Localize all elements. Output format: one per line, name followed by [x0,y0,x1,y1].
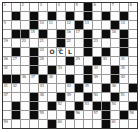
crossword-cell[interactable] [48,3,56,11]
crossword-cell[interactable] [48,39,56,47]
clue-number: 10 [40,21,44,25]
crossword-cell[interactable]: 34 [93,66,101,74]
crossword-cell[interactable]: 17 [75,30,83,38]
crossword-cell[interactable]: 5 [75,3,83,11]
block-cell [48,102,56,110]
crossword-cell[interactable]: 54 [111,102,119,110]
crossword-cell[interactable] [102,3,110,11]
crossword-cell[interactable] [48,111,56,119]
clue-number: 34 [94,66,98,70]
crossword-cell[interactable] [30,39,38,47]
block-cell [39,30,47,38]
clue-number: 44 [67,84,71,88]
crossword-cell[interactable]: 14 [120,21,128,29]
crossword-cell[interactable]: 3 [39,3,47,11]
clue-number: 61 [112,120,116,124]
block-cell [120,48,128,56]
block-cell [84,12,92,20]
crossword-cell[interactable] [66,66,74,74]
block-cell [129,84,137,92]
clue-number: 31 [121,57,125,61]
clue-number: 29 [76,57,80,61]
crossword-cell[interactable] [12,93,20,101]
crossword-cell[interactable] [102,93,110,101]
clue-number: 56 [76,111,80,115]
block-cell [111,66,119,74]
crossword-cell[interactable] [102,66,110,74]
clue-number: 24 [40,48,44,52]
block-cell [102,12,110,20]
crossword-cell[interactable] [57,75,65,83]
crossword-cell[interactable]: 18 [111,30,119,38]
crossword-cell[interactable]: 36 [21,75,29,83]
crossword-cell[interactable]: 10 [39,21,47,29]
clue-number: 4 [58,3,60,7]
block-cell [66,111,74,119]
crossword-cell[interactable]: 6 [93,3,101,11]
crossword-cell[interactable] [48,84,56,92]
block-cell [66,12,74,20]
clue-number: 5 [76,3,78,7]
crossword-cell[interactable] [84,120,92,128]
clue-number: 12 [67,21,71,25]
clue-number: 37 [31,75,35,79]
clue-number: 28 [40,57,44,61]
crossword-cell[interactable] [75,75,83,83]
crossword-cell[interactable]: 47 [3,93,11,101]
block-cell [102,84,110,92]
crossword-cell[interactable] [21,111,29,119]
crossword-cell[interactable]: 61 [111,120,119,128]
clue-number: 40 [121,75,125,79]
crossword-cell[interactable] [3,102,11,110]
clue-number: 42 [13,84,17,88]
clue-number: 9 [4,21,6,25]
clue-number: 49 [67,93,71,97]
crossword-cell[interactable]: 32 [3,66,11,74]
clue-number: 45 [85,84,89,88]
crossword-cell[interactable]: 52 [57,102,65,110]
crossword-cell[interactable] [39,102,47,110]
clue-number: 17 [76,30,80,34]
block-cell [84,48,92,56]
block-cell [57,30,65,38]
clue-number: 14 [121,21,125,25]
crossword-cell[interactable]: 31 [120,57,128,65]
crossword-cell[interactable] [129,66,137,74]
crossword-cell[interactable] [93,12,101,20]
crossword-cell[interactable] [3,12,11,20]
block-cell [120,39,128,47]
block-cell [84,3,92,11]
block-cell [75,84,83,92]
clue-number: 43 [40,84,44,88]
crossword-cell[interactable]: 57 [93,111,101,119]
crossword-cell[interactable] [57,84,65,92]
crossword-cell[interactable] [3,111,11,119]
clue-number: 33 [58,66,62,70]
crossword-cell[interactable] [111,12,119,20]
crossword-cell[interactable]: 41 [3,84,11,92]
crossword-cell[interactable]: 19 [3,39,11,47]
crossword-cell[interactable] [39,12,47,20]
block-cell [111,75,119,83]
block-cell [102,48,110,56]
crossword-cell[interactable] [48,93,56,101]
block-cell [84,30,92,38]
crossword-cell[interactable]: 60 [57,120,65,128]
clue-number: 2 [22,3,24,7]
crossword-cell[interactable] [111,57,119,65]
entered-letter: L [66,48,74,56]
crossword-cell[interactable] [129,30,137,38]
crossword-cell[interactable]: 28 [39,57,47,65]
crossword-cell[interactable]: 9 [3,21,11,29]
block-cell [12,111,20,119]
crossword-cell[interactable] [57,57,65,65]
clue-number: 23 [94,39,98,43]
crossword-cell[interactable] [120,84,128,92]
block-cell [30,93,38,101]
crossword-cell[interactable]: 40 [120,75,128,83]
crossword-cell[interactable] [129,93,137,101]
crossword-cell[interactable] [129,12,137,20]
crossword-cell[interactable] [21,102,29,110]
crossword-cell[interactable]: 38 [48,75,56,83]
crossword-cell[interactable] [129,75,137,83]
crossword-cell[interactable] [120,102,128,110]
block-cell [75,102,83,110]
clue-number: 38 [49,75,53,79]
crossword-cell[interactable] [21,57,29,65]
crossword-cell[interactable] [75,120,83,128]
crossword-cell[interactable] [57,21,65,29]
crossword-cell[interactable]: 16 [66,30,74,38]
block-cell [30,102,38,110]
crossword-cell[interactable]: 15 [30,30,38,38]
clue-number: 39 [94,75,98,79]
block-cell [102,102,110,110]
clue-number: 21 [40,39,44,43]
crossword-cell[interactable] [21,66,29,74]
block-cell [12,12,20,20]
clue-number: 60 [58,120,62,124]
clue-number: 3 [40,3,42,7]
block-cell [120,12,128,20]
block-cell [21,30,29,38]
crossword-cell[interactable]: 59 [3,120,11,128]
crossword-cell[interactable] [12,21,20,29]
clue-number: 8 [130,3,132,7]
clue-number: 57 [94,111,98,115]
clue-number: 46 [112,84,116,88]
block-cell [12,48,20,56]
crossword-cell[interactable]: 7 [111,3,119,11]
block-cell [48,120,56,128]
crossword-cell[interactable] [39,66,47,74]
crossword-cell[interactable] [39,120,47,128]
crossword-cell[interactable] [75,66,83,74]
crossword-cell[interactable]: 4 [57,3,65,11]
crossword-cell[interactable]: O [48,48,56,56]
clue-number: 19 [4,39,8,43]
entered-letter: O [48,48,56,56]
crossword-cell[interactable] [12,39,20,47]
crossword-cell[interactable] [93,84,101,92]
crossword-cell[interactable]: 22 [66,39,74,47]
crossword-cell[interactable]: 58 [129,111,137,119]
crossword-cell[interactable] [102,75,110,83]
block-cell [84,75,92,83]
clue-number: 58 [130,111,134,115]
crossword-cell[interactable]: 29 [75,57,83,65]
crossword-cell[interactable]: 48 [39,93,47,101]
clue-number: 41 [4,84,8,88]
crossword-cell[interactable]: 20 [21,39,29,47]
block-cell [12,30,20,38]
block-cell [30,21,38,29]
crossword-cell[interactable] [111,39,119,47]
crossword-cell[interactable] [48,57,56,65]
crossword-cell[interactable] [84,111,92,119]
crossword-cell[interactable]: 25C [57,48,65,56]
crossword-cell[interactable]: 50 [93,93,101,101]
block-cell [102,111,110,119]
crossword-cell[interactable]: 11 [48,21,56,29]
crossword-cell[interactable]: 23 [93,39,101,47]
block-cell [84,66,92,74]
block-cell [30,57,38,65]
crossword-cell[interactable] [21,120,29,128]
block-cell [48,12,56,20]
crossword-cell[interactable] [12,3,20,11]
crossword-cell[interactable] [66,120,74,128]
crossword-cell[interactable]: 49 [66,93,74,101]
crossword-cell[interactable]: 45 [84,84,92,92]
crossword-cell[interactable]: 39 [93,75,101,83]
crossword-cell[interactable]: 51 [120,93,128,101]
crossword-cell[interactable]: 33 [57,66,65,74]
crossword-cell[interactable]: 30 [102,57,110,65]
clue-number: 27 [13,57,17,61]
block-cell [48,66,56,74]
crossword-cell[interactable]: 13 [84,21,92,29]
clue-number: 50 [94,93,98,97]
crossword-cell[interactable] [102,21,110,29]
block-cell [120,111,128,119]
crossword-cell[interactable]: 12 [66,21,74,29]
clue-number: 32 [4,66,8,70]
crossword-cell[interactable] [21,93,29,101]
clue-number: 16 [67,30,71,34]
crossword-cell[interactable]: 42 [12,84,20,92]
crossword-cell[interactable] [120,3,128,11]
clue-number: 18 [112,30,116,34]
crossword-cell[interactable] [111,48,119,56]
block-cell [30,12,38,20]
clue-number: 36 [22,75,26,79]
crossword-cell[interactable]: 27 [12,57,20,65]
clue-number: 54 [112,102,116,106]
crossword-cell[interactable] [48,30,56,38]
crossword-cell[interactable] [30,84,38,92]
crossword-cell[interactable] [30,120,38,128]
block-cell [84,93,92,101]
crossword-cell[interactable] [12,66,20,74]
block-cell [57,93,65,101]
crossword-cell[interactable]: 8 [129,3,137,11]
block-cell [30,111,38,119]
crossword-cell[interactable] [66,3,74,11]
clue-number: 51 [121,93,125,97]
block-cell [66,57,74,65]
crossword-cell[interactable]: L [66,48,74,56]
crossword-cell[interactable] [57,12,65,20]
clue-number: 6 [94,3,96,7]
clue-number: 52 [58,102,62,106]
crossword-cell[interactable] [93,120,101,128]
crossword-cell[interactable]: 26 [3,57,11,65]
crossword-cell[interactable] [21,12,29,20]
block-cell [111,93,119,101]
block-cell [12,102,20,110]
clue-number: 1 [4,3,6,7]
crossword-cell[interactable] [84,57,92,65]
crossword-cell[interactable] [21,48,29,56]
block-cell [57,39,65,47]
clue-number: 26 [4,57,8,61]
crossword-cell[interactable] [129,120,137,128]
crossword-cell[interactable] [129,39,137,47]
crossword-cell[interactable] [75,12,83,20]
crossword-cell[interactable] [75,39,83,47]
clue-number: 20 [22,39,26,43]
clue-number: 22 [67,39,71,43]
clue-number: 47 [4,93,8,97]
crossword-cell[interactable] [12,120,20,128]
crossword-cell[interactable]: 44 [66,84,74,92]
block-cell [111,21,119,29]
clue-number: 53 [85,102,89,106]
crossword-cell[interactable] [57,111,65,119]
crossword-cell[interactable] [102,39,110,47]
block-cell [93,102,101,110]
block-cell [66,75,74,83]
crossword-cell[interactable] [3,48,11,56]
block-cell [39,75,47,83]
crossword-cell[interactable] [93,48,101,56]
crossword-cell[interactable] [30,3,38,11]
block-cell [30,48,38,56]
clue-number: 30 [103,57,107,61]
crossword-cell[interactable] [75,48,83,56]
crossword-cell[interactable] [21,21,29,29]
crossword-cell[interactable]: 21 [39,39,47,47]
clue-number: 59 [4,120,8,124]
crossword-cell[interactable] [93,21,101,29]
crossword-cell[interactable] [111,111,119,119]
clue-number: 55 [40,111,44,115]
clue-number: 7 [112,3,114,7]
crossword-cell[interactable] [129,48,137,56]
crossword-cell[interactable] [129,21,137,29]
block-cell [75,21,83,29]
block-cell [93,57,101,65]
block-cell [12,75,20,83]
crossword-cell[interactable]: 24 [39,48,47,56]
crossword-cell[interactable] [120,120,128,128]
block-cell [120,30,128,38]
crossword-cell[interactable]: 56 [75,111,83,119]
block-cell [3,75,11,83]
crossword-cell[interactable] [75,93,83,101]
block-cell [129,102,137,110]
block-cell [102,120,110,128]
crossword-cell[interactable]: 43 [39,84,47,92]
block-cell [84,39,92,47]
crossword-grid: 123456789101112131415161718192021222324O… [2,2,138,129]
crossword-cell[interactable]: 35 [120,66,128,74]
entered-letter: C [57,48,65,56]
crossword-cell[interactable] [3,30,11,38]
crossword-cell[interactable]: 46 [111,84,119,92]
clue-number: 48 [40,93,44,97]
clue-number: 13 [85,21,89,25]
block-cell [30,66,38,74]
clue-number: 11 [49,21,53,25]
crossword-cell[interactable] [93,30,101,38]
crossword-cell[interactable] [129,57,137,65]
crossword-cell[interactable]: 55 [39,111,47,119]
clue-number: 35 [121,66,125,70]
puzzle-page: 123456789101112131415161718192021222324O… [0,0,140,132]
block-cell [102,30,110,38]
crossword-cell[interactable]: 53 [84,102,92,110]
crossword-cell[interactable]: 37 [30,75,38,83]
crossword-cell[interactable] [21,84,29,92]
crossword-cell[interactable]: 1 [3,3,11,11]
crossword-cell[interactable] [66,102,74,110]
clue-number: 15 [31,30,35,34]
crossword-cell[interactable]: 2 [21,3,29,11]
